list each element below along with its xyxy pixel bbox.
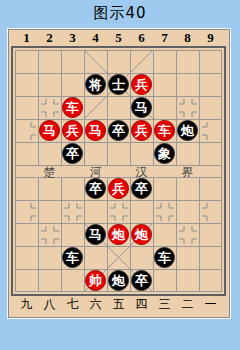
xiangqi-board: 楚河汉界 将士兵车马马兵马卒兵车炮卒象卒兵卒马炮炮车车帅炮卒	[11, 46, 226, 296]
piece-red-f6r4: 兵	[131, 120, 152, 141]
piece-red-f4r10: 帅	[85, 270, 106, 291]
piece-red-f7r4: 车	[154, 120, 175, 141]
top-file-label-5: 5	[115, 30, 122, 46]
piece-black-f3r5: 卒	[62, 143, 83, 164]
piece-black-f4r2: 将	[85, 74, 106, 95]
bottom-file-label-4: 六	[90, 296, 102, 313]
top-file-label-8: 8	[184, 30, 191, 46]
piece-black-f8r4: 炮	[177, 120, 198, 141]
bottom-file-label-7: 三	[159, 296, 171, 313]
bottom-file-label-9: 一	[205, 296, 217, 313]
piece-red-f6r2: 兵	[131, 74, 152, 95]
piece-black-f6r3: 马	[131, 97, 152, 118]
top-file-label-4: 4	[92, 30, 99, 46]
board-panel: 123456789 楚河汉界 将士兵车马马兵马卒兵车炮卒象卒兵卒马炮炮车车帅炮卒…	[8, 29, 230, 318]
top-file-label-7: 7	[161, 30, 168, 46]
piece-red-f5r6: 兵	[108, 178, 129, 199]
bottom-file-label-8: 二	[182, 296, 194, 313]
top-file-label-9: 9	[207, 30, 214, 46]
diagram-title: 图示40	[0, 4, 240, 23]
top-file-label-2: 2	[46, 30, 53, 46]
piece-red-f4r4: 马	[85, 120, 106, 141]
piece-black-f6r10: 卒	[131, 270, 152, 291]
bottom-file-label-6: 四	[136, 296, 148, 313]
piece-black-f4r8: 马	[85, 224, 106, 245]
piece-black-f7r5: 象	[154, 143, 175, 164]
piece-black-f6r6: 卒	[131, 178, 152, 199]
piece-red-f3r3: 车	[62, 97, 83, 118]
top-file-label-3: 3	[69, 30, 76, 46]
top-file-label-6: 6	[138, 30, 145, 46]
bottom-file-label-1: 九	[21, 296, 33, 313]
river-text-char-1: 楚	[44, 164, 56, 181]
piece-black-f7r9: 车	[154, 247, 175, 268]
piece-black-f5r2: 士	[108, 74, 129, 95]
piece-black-f4r6: 卒	[85, 178, 106, 199]
bottom-file-label-2: 八	[44, 296, 56, 313]
piece-black-f5r10: 炮	[108, 270, 129, 291]
piece-black-f3r9: 车	[62, 247, 83, 268]
bottom-file-label-5: 五	[113, 296, 125, 313]
bottom-file-label-3: 七	[67, 296, 79, 313]
piece-red-f5r8: 炮	[108, 224, 129, 245]
piece-black-f5r4: 卒	[108, 120, 129, 141]
piece-red-f2r4: 马	[39, 120, 60, 141]
river-text-char-4: 界	[182, 164, 194, 181]
piece-red-f3r4: 兵	[62, 120, 83, 141]
piece-red-f6r8: 炮	[131, 224, 152, 245]
top-file-label-1: 1	[23, 30, 30, 46]
